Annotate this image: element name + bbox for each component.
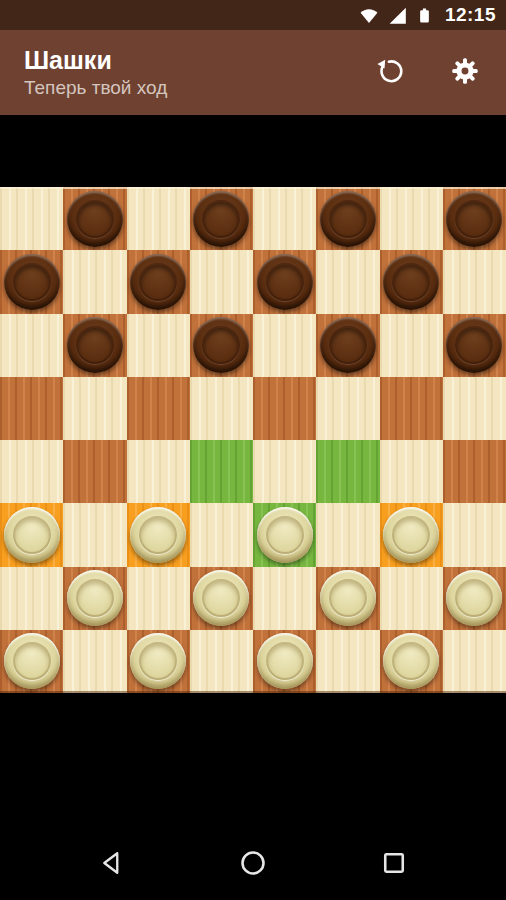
light-piece-e1[interactable] (257, 633, 313, 689)
square-b2[interactable] (63, 567, 126, 630)
square-c2[interactable] (127, 567, 190, 630)
square-a6[interactable] (0, 314, 63, 377)
android-nav-bar (0, 828, 506, 900)
square-a3[interactable] (0, 503, 63, 566)
square-c5[interactable] (127, 377, 190, 440)
light-piece-h2[interactable] (446, 570, 502, 626)
wifi-icon (358, 4, 380, 26)
app-screen: 12:15 Шашки Теперь твой ход (0, 0, 506, 900)
square-c8[interactable] (127, 187, 190, 250)
square-h2[interactable] (443, 567, 506, 630)
square-b1[interactable] (63, 630, 126, 693)
square-g8[interactable] (380, 187, 443, 250)
square-c1[interactable] (127, 630, 190, 693)
square-b3[interactable] (63, 503, 126, 566)
square-f2[interactable] (316, 567, 379, 630)
square-f4[interactable] (316, 440, 379, 503)
square-c3[interactable] (127, 503, 190, 566)
recents-icon (380, 865, 408, 880)
square-e3[interactable] (253, 503, 316, 566)
square-b7[interactable] (63, 250, 126, 313)
light-piece-d2[interactable] (193, 570, 249, 626)
light-piece-e3[interactable] (257, 507, 313, 563)
square-h8[interactable] (443, 187, 506, 250)
square-a5[interactable] (0, 377, 63, 440)
square-g6[interactable] (380, 314, 443, 377)
dark-piece-a7[interactable] (4, 254, 60, 310)
light-piece-g3[interactable] (383, 507, 439, 563)
undo-button[interactable] (373, 56, 404, 90)
back-icon (98, 865, 126, 880)
turn-status-text: Теперь твой ход (24, 77, 373, 99)
square-b6[interactable] (63, 314, 126, 377)
dark-piece-g7[interactable] (383, 254, 439, 310)
square-d1[interactable] (190, 630, 253, 693)
square-e1[interactable] (253, 630, 316, 693)
square-d3[interactable] (190, 503, 253, 566)
square-h7[interactable] (443, 250, 506, 313)
square-h4[interactable] (443, 440, 506, 503)
dark-piece-b8[interactable] (67, 191, 123, 247)
settings-button[interactable] (450, 56, 480, 89)
square-e5[interactable] (253, 377, 316, 440)
dark-piece-e7[interactable] (257, 254, 313, 310)
checkers-board[interactable] (0, 187, 506, 693)
square-h3[interactable] (443, 503, 506, 566)
square-g3[interactable] (380, 503, 443, 566)
home-icon (239, 865, 267, 880)
square-g4[interactable] (380, 440, 443, 503)
light-piece-c3[interactable] (130, 507, 186, 563)
light-piece-a3[interactable] (4, 507, 60, 563)
dark-piece-h8[interactable] (446, 191, 502, 247)
square-e2[interactable] (253, 567, 316, 630)
light-piece-f2[interactable] (320, 570, 376, 626)
dark-piece-f6[interactable] (320, 317, 376, 373)
dark-piece-h6[interactable] (446, 317, 502, 373)
square-c6[interactable] (127, 314, 190, 377)
light-piece-b2[interactable] (67, 570, 123, 626)
square-g7[interactable] (380, 250, 443, 313)
square-e4[interactable] (253, 440, 316, 503)
square-a1[interactable] (0, 630, 63, 693)
square-c7[interactable] (127, 250, 190, 313)
square-a2[interactable] (0, 567, 63, 630)
square-f8[interactable] (316, 187, 379, 250)
light-piece-c1[interactable] (130, 633, 186, 689)
square-g5[interactable] (380, 377, 443, 440)
light-piece-a1[interactable] (4, 633, 60, 689)
square-b4[interactable] (63, 440, 126, 503)
square-d4[interactable] (190, 440, 253, 503)
signal-strength-icon (387, 5, 408, 26)
square-f1[interactable] (316, 630, 379, 693)
status-bar: 12:15 (0, 0, 506, 30)
dark-piece-d8[interactable] (193, 191, 249, 247)
square-a4[interactable] (0, 440, 63, 503)
square-g1[interactable] (380, 630, 443, 693)
square-d8[interactable] (190, 187, 253, 250)
square-h1[interactable] (443, 630, 506, 693)
dark-piece-d6[interactable] (193, 317, 249, 373)
square-b5[interactable] (63, 377, 126, 440)
square-e7[interactable] (253, 250, 316, 313)
square-e6[interactable] (253, 314, 316, 377)
back-button[interactable] (98, 849, 126, 880)
square-f3[interactable] (316, 503, 379, 566)
undo-icon (373, 75, 404, 90)
recents-button[interactable] (380, 849, 408, 880)
square-e8[interactable] (253, 187, 316, 250)
battery-icon (415, 6, 434, 25)
square-d5[interactable] (190, 377, 253, 440)
square-h6[interactable] (443, 314, 506, 377)
square-a7[interactable] (0, 250, 63, 313)
page-title: Шашки (24, 46, 373, 75)
home-button[interactable] (239, 849, 267, 880)
square-d7[interactable] (190, 250, 253, 313)
settings-gear-icon (450, 74, 480, 89)
square-d6[interactable] (190, 314, 253, 377)
square-c4[interactable] (127, 440, 190, 503)
square-f5[interactable] (316, 377, 379, 440)
square-f6[interactable] (316, 314, 379, 377)
square-a8[interactable] (0, 187, 63, 250)
dark-piece-f8[interactable] (320, 191, 376, 247)
light-piece-g1[interactable] (383, 633, 439, 689)
square-g2[interactable] (380, 567, 443, 630)
square-d2[interactable] (190, 567, 253, 630)
square-f7[interactable] (316, 250, 379, 313)
dark-piece-c7[interactable] (130, 254, 186, 310)
status-time: 12:15 (445, 4, 496, 26)
top-spacer (0, 115, 506, 187)
square-b8[interactable] (63, 187, 126, 250)
app-bar: Шашки Теперь твой ход (0, 30, 506, 115)
dark-piece-b6[interactable] (67, 317, 123, 373)
square-h5[interactable] (443, 377, 506, 440)
